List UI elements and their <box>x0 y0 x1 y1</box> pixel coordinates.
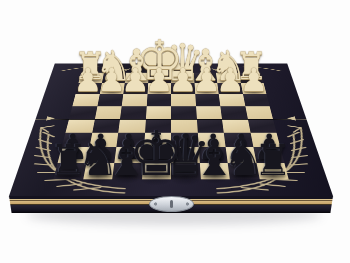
chess-set-photo: ♜♞♝♛♚♝♞♜♟♟♟♟♟♟♟♟♟♟♟♟♟♟♟♟♜♞♝♛♚♝♞♜ <box>0 0 350 263</box>
box-bottom-line <box>9 212 333 213</box>
square-g4[interactable] <box>95 106 122 119</box>
square-b4[interactable] <box>220 106 247 119</box>
square-a4[interactable] <box>245 106 273 119</box>
seam-mark-right-icon <box>286 116 296 120</box>
keyhole-icon <box>170 200 173 208</box>
seam-mark-left-icon <box>46 116 56 120</box>
square-h4[interactable] <box>69 106 97 119</box>
clasp-latch[interactable] <box>149 196 194 212</box>
piece-white-pawn[interactable]: ♟ <box>74 64 103 96</box>
piece-black-rook[interactable]: ♜ <box>50 139 89 182</box>
square-c4[interactable] <box>196 106 222 119</box>
